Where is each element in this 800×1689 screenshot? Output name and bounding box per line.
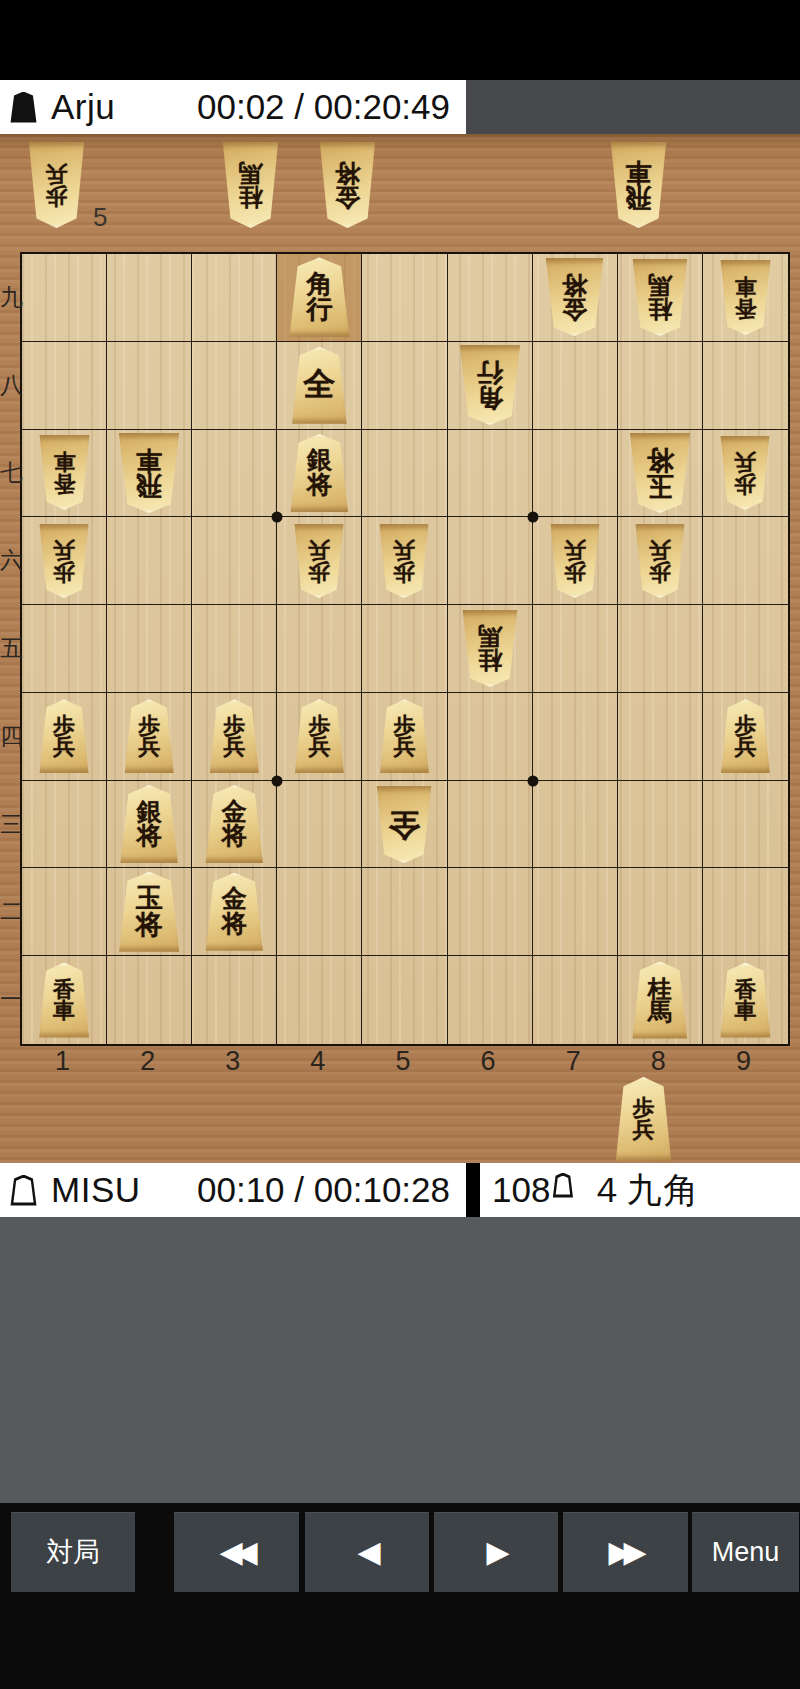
square-8-6[interactable]: 歩兵 [618, 517, 703, 605]
square-3-9[interactable] [192, 254, 277, 342]
piece-knight-gote[interactable]: 桂馬 [631, 962, 689, 1039]
piece-pawn-gote[interactable]: 歩兵 [38, 699, 90, 773]
piece-king-gote[interactable]: 玉将 [117, 872, 181, 952]
file-label-3: 3 [213, 1046, 253, 1077]
piece-king-sente[interactable]: 玉将 [628, 433, 692, 513]
rank-label-五: 五 [0, 633, 19, 664]
fast-forward-button[interactable]: ▶▶ [563, 1512, 688, 1592]
square-1-5[interactable] [22, 605, 107, 693]
square-5-5[interactable] [362, 605, 447, 693]
square-1-6[interactable]: 歩兵 [22, 517, 107, 605]
square-6-2[interactable] [448, 868, 533, 956]
piece-rook-undefined[interactable]: 飛車 [609, 142, 668, 228]
square-7-1[interactable] [533, 956, 618, 1044]
top-player-bar: Arju 00:02 / 00:20:49 [0, 80, 466, 134]
square-4-8[interactable]: 全 [277, 342, 362, 430]
bottom-player-clock: 00:10 / 00:10:28 [197, 1170, 450, 1210]
gote-move-icon [552, 1173, 573, 1198]
square-4-9[interactable]: 角行 [277, 254, 362, 342]
square-4-4[interactable]: 歩兵 [277, 693, 362, 781]
piece-pawn-gote[interactable]: 歩兵 [123, 699, 175, 773]
bottom-player-bar: MISU 00:10 / 00:10:28 [0, 1163, 466, 1217]
square-3-2[interactable]: 金将 [192, 868, 277, 956]
square-5-4[interactable]: 歩兵 [362, 693, 447, 781]
square-4-7[interactable]: 銀将 [277, 430, 362, 518]
rank-label-一: 一 [0, 984, 19, 1015]
piece-knight-sente[interactable]: 桂馬 [631, 259, 689, 336]
square-2-3[interactable]: 銀将 [107, 781, 192, 869]
piece-gold-gote[interactable]: 金将 [204, 873, 265, 951]
square-3-1[interactable] [192, 956, 277, 1044]
square-9-1[interactable]: 香車 [703, 956, 788, 1044]
square-7-3[interactable] [533, 781, 618, 869]
square-8-5[interactable] [618, 605, 703, 693]
piece-pawn-sente[interactable]: 歩兵 [293, 524, 345, 598]
shogi-board[interactable]: 角行金将桂馬香車全角行香車飛車銀将玉将歩兵歩兵歩兵歩兵歩兵歩兵桂馬歩兵歩兵歩兵歩… [20, 252, 790, 1046]
file-label-7: 7 [553, 1046, 593, 1077]
piece-lance-sente[interactable]: 香車 [719, 260, 772, 335]
square-2-8[interactable] [107, 342, 192, 430]
square-3-5[interactable] [192, 605, 277, 693]
square-8-9[interactable]: 桂馬 [618, 254, 703, 342]
square-5-1[interactable] [362, 956, 447, 1044]
file-label-1: 1 [43, 1046, 83, 1077]
square-2-1[interactable] [107, 956, 192, 1044]
star-point [272, 775, 283, 786]
piece-lance-sente[interactable]: 香車 [38, 435, 91, 510]
piece-knight-sente[interactable]: 桂馬 [461, 610, 519, 687]
square-5-6[interactable]: 歩兵 [362, 517, 447, 605]
square-1-9[interactable] [22, 254, 107, 342]
square-2-6[interactable] [107, 517, 192, 605]
square-8-4[interactable] [618, 693, 703, 781]
square-3-6[interactable] [192, 517, 277, 605]
rank-label-九: 九 [0, 282, 19, 313]
top-player-name: Arju [51, 87, 115, 127]
piece-pawn-sente[interactable]: 歩兵 [378, 524, 430, 598]
piece-promoted-silver-gote[interactable]: 全 [290, 347, 348, 424]
hand-count: 5 [93, 202, 107, 233]
square-6-4[interactable] [448, 693, 533, 781]
square-1-2[interactable] [22, 868, 107, 956]
square-3-4[interactable]: 歩兵 [192, 693, 277, 781]
star-point [272, 512, 283, 523]
rank-label-七: 七 [0, 457, 19, 488]
piece-pawn-sente[interactable]: 歩兵 [719, 436, 771, 510]
square-5-9[interactable] [362, 254, 447, 342]
square-7-7[interactable] [533, 430, 618, 518]
piece-rook-sente[interactable]: 飛車 [117, 433, 181, 513]
piece-pawn-undefined[interactable]: 歩兵 [27, 142, 86, 228]
square-7-2[interactable] [533, 868, 618, 956]
piece-promoted-silver-sente[interactable]: 全 [375, 786, 433, 863]
square-2-2[interactable]: 玉将 [107, 868, 192, 956]
square-8-3[interactable] [618, 781, 703, 869]
rank-label-三: 三 [0, 809, 19, 840]
square-7-8[interactable] [533, 342, 618, 430]
star-point [527, 775, 538, 786]
square-6-1[interactable] [448, 956, 533, 1044]
square-9-2[interactable] [703, 868, 788, 956]
square-6-8[interactable]: 角行 [448, 342, 533, 430]
square-4-5[interactable] [277, 605, 362, 693]
piece-pawn-sente[interactable]: 歩兵 [549, 524, 601, 598]
square-4-6[interactable]: 歩兵 [277, 517, 362, 605]
toolbar: 対局 ◀◀ ◀ ▶ ▶▶ Menu [0, 1503, 800, 1689]
piece-pawn-gote[interactable]: 歩兵 [208, 699, 260, 773]
square-6-7[interactable] [448, 430, 533, 518]
rank-label-二: 二 [0, 896, 19, 927]
gote-piece-icon [10, 1175, 37, 1206]
square-8-2[interactable] [618, 868, 703, 956]
piece-gold-sente[interactable]: 金将 [544, 258, 605, 336]
menu-button[interactable]: Menu [692, 1512, 799, 1592]
piece-pawn-gote[interactable]: 歩兵 [719, 699, 771, 773]
square-5-8[interactable] [362, 342, 447, 430]
square-5-7[interactable] [362, 430, 447, 518]
square-6-9[interactable] [448, 254, 533, 342]
last-move-text: ４九角 [589, 1167, 700, 1214]
piece-pawn-sente[interactable]: 歩兵 [634, 524, 686, 598]
file-label-5: 5 [383, 1046, 423, 1077]
square-9-5[interactable] [703, 605, 788, 693]
square-3-3[interactable]: 金将 [192, 781, 277, 869]
file-label-8: 8 [638, 1046, 678, 1077]
top-bar-filler [466, 80, 800, 134]
square-1-1[interactable]: 香車 [22, 956, 107, 1044]
square-9-3[interactable] [703, 781, 788, 869]
new-game-button[interactable]: 対局 [11, 1512, 135, 1592]
square-7-9[interactable]: 金将 [533, 254, 618, 342]
info-panel [0, 1217, 800, 1503]
rank-label-四: 四 [0, 721, 19, 752]
square-9-6[interactable] [703, 517, 788, 605]
piece-bishop-gote[interactable]: 角行 [287, 257, 351, 337]
square-9-4[interactable]: 歩兵 [703, 693, 788, 781]
file-label-9: 9 [723, 1046, 763, 1077]
square-4-1[interactable] [277, 956, 362, 1044]
square-5-3[interactable]: 全 [362, 781, 447, 869]
square-1-7[interactable]: 香車 [22, 430, 107, 518]
square-8-7[interactable]: 玉将 [618, 430, 703, 518]
square-2-5[interactable] [107, 605, 192, 693]
square-9-9[interactable]: 香車 [703, 254, 788, 342]
piece-pawn-sente[interactable]: 歩兵 [38, 524, 90, 598]
piece-silver-gote[interactable]: 銀将 [119, 785, 180, 863]
square-6-6[interactable] [448, 517, 533, 605]
square-7-6[interactable]: 歩兵 [533, 517, 618, 605]
piece-pawn-gote[interactable]: 歩兵 [293, 699, 345, 773]
move-number: 108 [492, 1170, 550, 1210]
star-point [527, 512, 538, 523]
square-4-3[interactable] [277, 781, 362, 869]
square-7-5[interactable] [533, 605, 618, 693]
square-1-4[interactable]: 歩兵 [22, 693, 107, 781]
bottom-player-name: MISU [51, 1170, 141, 1210]
square-8-1[interactable]: 桂馬 [618, 956, 703, 1044]
square-6-3[interactable] [448, 781, 533, 869]
file-label-4: 4 [298, 1046, 338, 1077]
status-bar [0, 0, 800, 80]
rewind-button[interactable]: ◀◀ [174, 1512, 299, 1592]
piece-gold-gote[interactable]: 金将 [204, 785, 265, 863]
piece-bishop-sente[interactable]: 角行 [458, 345, 522, 425]
piece-pawn-undefined[interactable]: 歩兵 [614, 1077, 673, 1161]
square-1-3[interactable] [22, 781, 107, 869]
square-3-7[interactable] [192, 430, 277, 518]
move-indicator-panel: 108 ４九角 [480, 1163, 800, 1217]
file-label-2: 2 [128, 1046, 168, 1077]
piece-knight-undefined[interactable]: 桂馬 [221, 142, 280, 228]
rank-label-六: 六 [0, 545, 19, 576]
step-back-button[interactable]: ◀ [305, 1512, 429, 1592]
rank-label-八: 八 [0, 370, 19, 401]
square-9-8[interactable] [703, 342, 788, 430]
square-2-9[interactable] [107, 254, 192, 342]
square-1-8[interactable] [22, 342, 107, 430]
square-2-7[interactable]: 飛車 [107, 430, 192, 518]
piece-silver-gote[interactable]: 銀将 [289, 434, 350, 512]
board-area: 歩兵5桂馬金将飛車 角行金将桂馬香車全角行香車飛車銀将玉将歩兵歩兵歩兵歩兵歩兵歩… [0, 134, 800, 1163]
file-label-6: 6 [468, 1046, 508, 1077]
square-3-8[interactable] [192, 342, 277, 430]
square-4-2[interactable] [277, 868, 362, 956]
square-7-4[interactable] [533, 693, 618, 781]
square-8-8[interactable] [618, 342, 703, 430]
square-5-2[interactable] [362, 868, 447, 956]
square-6-5[interactable]: 桂馬 [448, 605, 533, 693]
piece-lance-gote[interactable]: 香車 [38, 963, 91, 1038]
sente-piece-icon [10, 92, 37, 123]
square-2-4[interactable]: 歩兵 [107, 693, 192, 781]
step-forward-button[interactable]: ▶ [434, 1512, 558, 1592]
square-9-7[interactable]: 歩兵 [703, 430, 788, 518]
piece-gold-undefined[interactable]: 金将 [318, 142, 377, 228]
piece-pawn-gote[interactable]: 歩兵 [378, 699, 430, 773]
top-player-clock: 00:02 / 00:20:49 [197, 87, 450, 127]
piece-lance-gote[interactable]: 香車 [719, 963, 772, 1038]
